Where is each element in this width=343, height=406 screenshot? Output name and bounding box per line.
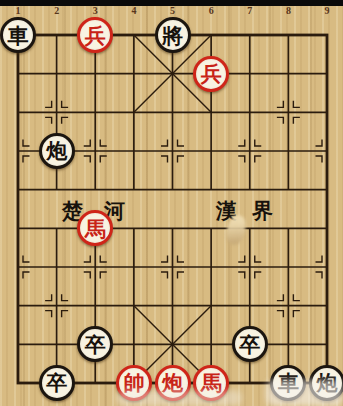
piece-label: 卒 <box>239 333 260 354</box>
piece-red-horse[interactable]: 馬 <box>193 365 229 401</box>
piece-red-general[interactable]: 帥 <box>116 365 152 401</box>
piece-red-cannon[interactable]: 炮 <box>155 365 191 401</box>
piece-black-chariot[interactable]: 車 <box>270 365 306 401</box>
piece-label: 卒 <box>85 333 106 354</box>
file-label-5: 5 <box>166 5 180 16</box>
file-label-9: 9 <box>320 5 334 16</box>
piece-black-soldier[interactable]: 卒 <box>39 365 75 401</box>
piece-label: 將 <box>162 24 183 45</box>
piece-label: 炮 <box>317 372 338 393</box>
piece-black-cannon[interactable]: 炮 <box>309 365 343 401</box>
xiangqi-app: 123456789 楚河 漢界 車兵將兵炮馬卒卒卒帥炮馬車炮 <box>0 0 343 406</box>
file-label-2: 2 <box>50 5 64 16</box>
piece-label: 車 <box>8 24 29 45</box>
piece-black-chariot[interactable]: 車 <box>0 17 36 53</box>
piece-label: 車 <box>278 372 299 393</box>
piece-black-soldier[interactable]: 卒 <box>232 326 268 362</box>
piece-label: 帥 <box>123 372 144 393</box>
piece-red-soldier[interactable]: 兵 <box>77 17 113 53</box>
xiangqi-board[interactable]: 車兵將兵炮馬卒卒卒帥炮馬車炮 <box>0 16 343 403</box>
piece-black-soldier[interactable]: 卒 <box>77 326 113 362</box>
file-label-8: 8 <box>281 5 295 16</box>
piece-black-general[interactable]: 將 <box>155 17 191 53</box>
piece-label: 炮 <box>162 372 183 393</box>
piece-red-soldier[interactable]: 兵 <box>193 56 229 92</box>
piece-label: 炮 <box>46 140 67 161</box>
piece-label: 兵 <box>85 24 106 45</box>
file-label-3: 3 <box>88 5 102 16</box>
piece-label: 兵 <box>201 63 222 84</box>
piece-label: 卒 <box>46 372 67 393</box>
file-label-1: 1 <box>11 5 25 16</box>
piece-black-cannon[interactable]: 炮 <box>39 133 75 169</box>
piece-label: 馬 <box>85 217 106 238</box>
file-label-7: 7 <box>243 5 257 16</box>
file-label-6: 6 <box>204 5 218 16</box>
piece-red-horse[interactable]: 馬 <box>77 210 113 246</box>
piece-label: 馬 <box>201 372 222 393</box>
file-label-4: 4 <box>127 5 141 16</box>
